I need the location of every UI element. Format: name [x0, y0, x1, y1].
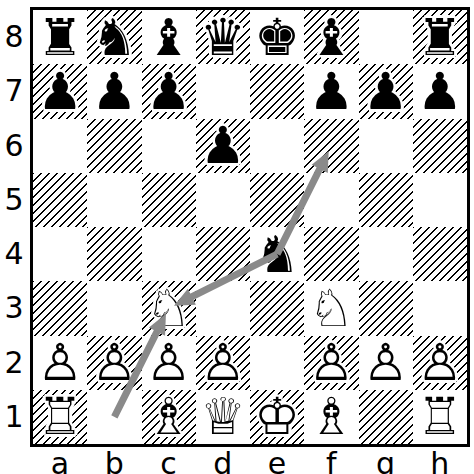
file-label-g: g — [359, 449, 413, 474]
file-label-e: e — [250, 449, 304, 474]
square-h6[interactable] — [413, 119, 467, 173]
piece-white-pawn-fill: ♟ — [413, 336, 467, 390]
square-e2[interactable] — [250, 336, 304, 390]
piece-black-pawn: ♟ — [196, 119, 250, 173]
square-a1[interactable]: ♜♖ — [33, 390, 87, 444]
square-e6[interactable] — [250, 119, 304, 173]
piece-white-rook-fill: ♜ — [33, 390, 87, 444]
square-e5[interactable] — [250, 173, 304, 227]
piece-white-pawn-fill: ♟ — [304, 336, 358, 390]
square-a2[interactable]: ♟♙ — [33, 336, 87, 390]
piece-black-pawn: ♟ — [142, 64, 196, 118]
piece-white-pawn: ♙ — [196, 336, 250, 390]
piece-white-knight-fill: ♞ — [142, 281, 196, 335]
square-d5[interactable] — [196, 173, 250, 227]
piece-white-knight: ♘ — [304, 281, 358, 335]
square-c7[interactable]: ♟ — [142, 64, 196, 118]
square-e7[interactable] — [250, 64, 304, 118]
square-b3[interactable] — [87, 281, 141, 335]
piece-white-pawn: ♙ — [413, 336, 467, 390]
piece-black-bishop: ♝ — [304, 10, 358, 64]
square-f7[interactable]: ♟ — [304, 64, 358, 118]
square-h5[interactable] — [413, 173, 467, 227]
file-label-c: c — [142, 449, 196, 474]
piece-black-king: ♚ — [250, 10, 304, 64]
piece-black-pawn: ♟ — [87, 64, 141, 118]
square-a4[interactable] — [33, 227, 87, 281]
square-c5[interactable] — [142, 173, 196, 227]
square-b6[interactable] — [87, 119, 141, 173]
rank-label-1: 1 — [0, 402, 28, 432]
square-g2[interactable]: ♟♙ — [359, 336, 413, 390]
square-e3[interactable] — [250, 281, 304, 335]
rank-label-3: 3 — [0, 293, 28, 323]
square-h1[interactable]: ♜♖ — [413, 390, 467, 444]
square-f8[interactable]: ♝ — [304, 10, 358, 64]
square-c3[interactable]: ♞♘ — [142, 281, 196, 335]
piece-white-rook: ♖ — [33, 390, 87, 444]
square-f4[interactable] — [304, 227, 358, 281]
square-h3[interactable] — [413, 281, 467, 335]
square-c4[interactable] — [142, 227, 196, 281]
square-c8[interactable]: ♝ — [142, 10, 196, 64]
square-f1[interactable]: ♝♗ — [304, 390, 358, 444]
piece-white-queen-fill: ♛ — [196, 390, 250, 444]
rank-label-7: 7 — [0, 76, 28, 106]
square-c2[interactable]: ♟♙ — [142, 336, 196, 390]
file-label-b: b — [87, 449, 141, 474]
square-g7[interactable]: ♟ — [359, 64, 413, 118]
square-a7[interactable]: ♟ — [33, 64, 87, 118]
square-b4[interactable] — [87, 227, 141, 281]
chess-diagram: ♜♞♝♛♚♝♜♟♟♟♟♟♟♟♞♞♘♞♘♟♙♟♙♟♙♟♙♟♙♟♙♟♙♜♖♝♗♛♕♚… — [0, 0, 474, 474]
piece-white-knight-fill: ♞ — [304, 281, 358, 335]
square-d2[interactable]: ♟♙ — [196, 336, 250, 390]
square-a5[interactable] — [33, 173, 87, 227]
square-h2[interactable]: ♟♙ — [413, 336, 467, 390]
square-f6[interactable] — [304, 119, 358, 173]
piece-white-rook: ♖ — [413, 390, 467, 444]
square-g5[interactable] — [359, 173, 413, 227]
piece-white-queen: ♕ — [196, 390, 250, 444]
piece-black-knight: ♞ — [87, 10, 141, 64]
piece-white-king-fill: ♚ — [250, 390, 304, 444]
piece-white-pawn-fill: ♟ — [87, 336, 141, 390]
square-b8[interactable]: ♞ — [87, 10, 141, 64]
square-d8[interactable]: ♛ — [196, 10, 250, 64]
piece-white-knight: ♘ — [142, 281, 196, 335]
piece-white-pawn: ♙ — [359, 336, 413, 390]
square-f2[interactable]: ♟♙ — [304, 336, 358, 390]
file-label-f: f — [304, 449, 358, 474]
piece-black-pawn: ♟ — [304, 64, 358, 118]
square-g4[interactable] — [359, 227, 413, 281]
square-d1[interactable]: ♛♕ — [196, 390, 250, 444]
square-a6[interactable] — [33, 119, 87, 173]
file-label-h: h — [413, 449, 467, 474]
square-b5[interactable] — [87, 173, 141, 227]
piece-black-pawn: ♟ — [33, 64, 87, 118]
piece-white-bishop: ♗ — [142, 390, 196, 444]
piece-white-pawn-fill: ♟ — [33, 336, 87, 390]
square-g6[interactable] — [359, 119, 413, 173]
rank-label-2: 2 — [0, 348, 28, 378]
rank-label-4: 4 — [0, 239, 28, 269]
square-f3[interactable]: ♞♘ — [304, 281, 358, 335]
square-a3[interactable] — [33, 281, 87, 335]
piece-white-pawn: ♙ — [33, 336, 87, 390]
piece-white-pawn: ♙ — [87, 336, 141, 390]
rank-label-6: 6 — [0, 131, 28, 161]
square-e8[interactable]: ♚ — [250, 10, 304, 64]
square-g3[interactable] — [359, 281, 413, 335]
square-d6[interactable]: ♟ — [196, 119, 250, 173]
square-c6[interactable] — [142, 119, 196, 173]
piece-white-pawn-fill: ♟ — [196, 336, 250, 390]
rank-label-5: 5 — [0, 185, 28, 215]
piece-white-pawn: ♙ — [304, 336, 358, 390]
piece-black-rook: ♜ — [33, 10, 87, 64]
square-c1[interactable]: ♝♗ — [142, 390, 196, 444]
rank-label-8: 8 — [0, 22, 28, 52]
file-label-d: d — [196, 449, 250, 474]
square-h4[interactable] — [413, 227, 467, 281]
piece-black-knight: ♞ — [250, 227, 304, 281]
square-g1[interactable] — [359, 390, 413, 444]
square-g8[interactable] — [359, 10, 413, 64]
piece-white-rook-fill: ♜ — [413, 390, 467, 444]
square-d7[interactable] — [196, 64, 250, 118]
piece-white-pawn: ♙ — [142, 336, 196, 390]
square-b7[interactable]: ♟ — [87, 64, 141, 118]
piece-white-king: ♔ — [250, 390, 304, 444]
square-e4[interactable]: ♞ — [250, 227, 304, 281]
chess-board: ♜♞♝♛♚♝♜♟♟♟♟♟♟♟♞♞♘♞♘♟♙♟♙♟♙♟♙♟♙♟♙♟♙♜♖♝♗♛♕♚… — [30, 7, 470, 447]
piece-black-pawn: ♟ — [359, 64, 413, 118]
square-d4[interactable] — [196, 227, 250, 281]
square-h8[interactable]: ♜ — [413, 10, 467, 64]
piece-black-queen: ♛ — [196, 10, 250, 64]
piece-black-bishop: ♝ — [142, 10, 196, 64]
square-e1[interactable]: ♚♔ — [250, 390, 304, 444]
piece-white-pawn-fill: ♟ — [359, 336, 413, 390]
piece-white-bishop: ♗ — [304, 390, 358, 444]
square-f5[interactable] — [304, 173, 358, 227]
piece-white-bishop-fill: ♝ — [304, 390, 358, 444]
piece-white-bishop-fill: ♝ — [142, 390, 196, 444]
file-label-a: a — [33, 449, 87, 474]
square-a8[interactable]: ♜ — [33, 10, 87, 64]
piece-black-pawn: ♟ — [413, 64, 467, 118]
piece-black-rook: ♜ — [413, 10, 467, 64]
square-d3[interactable] — [196, 281, 250, 335]
square-h7[interactable]: ♟ — [413, 64, 467, 118]
square-b1[interactable] — [87, 390, 141, 444]
square-b2[interactable]: ♟♙ — [87, 336, 141, 390]
piece-white-pawn-fill: ♟ — [142, 336, 196, 390]
